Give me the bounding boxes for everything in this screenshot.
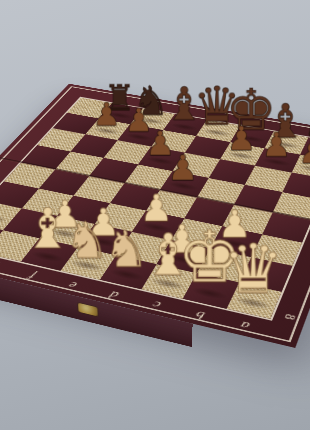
piece-glyph: ♛ <box>213 235 293 303</box>
rank-label-8: 8 <box>277 308 303 326</box>
chess-set: ♜♞♝♛♚♝♞♟♟♟♟♟♟♟♟♟♟♟♟♟♝♞♞♝♚♛ hgfedcba 8 <box>0 84 310 348</box>
piece-glyph: ♟ <box>280 135 310 169</box>
photo-scene: ♜♞♝♛♚♝♞♟♟♟♟♟♟♟♟♟♟♟♟♟♝♞♞♝♚♛ hgfedcba 8 <box>0 0 310 430</box>
latch-icon <box>78 303 98 317</box>
piece-glyph: ♟ <box>149 151 217 186</box>
